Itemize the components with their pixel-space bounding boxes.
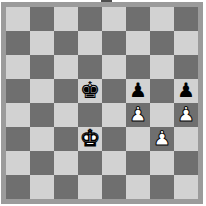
square-d6 [78,55,102,79]
square-c4 [54,103,78,127]
piece-black-pawn: ♟ [129,80,147,100]
square-g1 [150,175,174,199]
square-g5 [150,79,174,103]
square-b5 [30,79,54,103]
square-e6 [102,55,126,79]
square-b1 [30,175,54,199]
square-b2 [30,151,54,175]
piece-black-king: ♚ [80,79,101,102]
square-h3 [174,127,198,151]
piece-white-king: ♚ [80,127,101,150]
square-e1 [102,175,126,199]
square-f4: ♟ [126,103,150,127]
square-g4 [150,103,174,127]
square-a7 [6,31,30,55]
square-h7 [174,31,198,55]
square-e8 [102,7,126,31]
square-h1 [174,175,198,199]
square-h2 [174,151,198,175]
square-f5: ♟ [126,79,150,103]
square-d3: ♚ [78,127,102,151]
square-c2 [54,151,78,175]
square-d1 [78,175,102,199]
square-g2 [150,151,174,175]
square-a2 [6,151,30,175]
square-f2 [126,151,150,175]
square-b7 [30,31,54,55]
square-c6 [54,55,78,79]
piece-white-pawn: ♟ [153,128,171,148]
square-c8 [54,7,78,31]
square-a4 [6,103,30,127]
square-a6 [6,55,30,79]
square-h5: ♟ [174,79,198,103]
square-h6 [174,55,198,79]
square-g6 [150,55,174,79]
square-c1 [54,175,78,199]
square-e2 [102,151,126,175]
piece-white-pawn: ♟ [177,104,195,124]
square-f7 [126,31,150,55]
square-a1 [6,175,30,199]
square-b8 [30,7,54,31]
square-b4 [30,103,54,127]
square-f1 [126,175,150,199]
square-g3: ♟ [150,127,174,151]
square-a8 [6,7,30,31]
square-e7 [102,31,126,55]
square-c3 [54,127,78,151]
chess-board: ♚♟♟♟♟♚♟ [1,2,203,204]
square-e5 [102,79,126,103]
page: ♚♟♟♟♟♚♟ [0,0,206,206]
square-d2 [78,151,102,175]
square-c5 [54,79,78,103]
square-b3 [30,127,54,151]
square-b6 [30,55,54,79]
piece-black-pawn: ♟ [177,80,195,100]
square-f8 [126,7,150,31]
square-e4 [102,103,126,127]
square-f6 [126,55,150,79]
square-h8 [174,7,198,31]
square-d7 [78,31,102,55]
square-a3 [6,127,30,151]
square-g8 [150,7,174,31]
square-c7 [54,31,78,55]
square-d8 [78,7,102,31]
square-f3 [126,127,150,151]
square-h4: ♟ [174,103,198,127]
piece-white-pawn: ♟ [129,104,147,124]
square-d4 [78,103,102,127]
square-g7 [150,31,174,55]
square-d5: ♚ [78,79,102,103]
square-a5 [6,79,30,103]
square-e3 [102,127,126,151]
